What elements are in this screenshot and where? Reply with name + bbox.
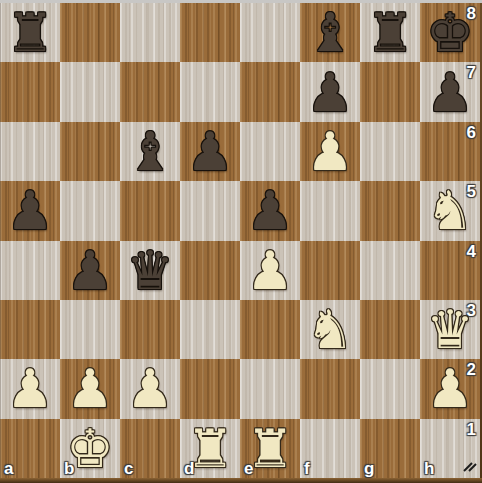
square-a2[interactable]: ♟ <box>0 359 60 418</box>
square-b3[interactable] <box>60 300 120 359</box>
square-c5[interactable] <box>120 181 180 240</box>
black-pawn-b4[interactable]: ♟ <box>60 241 120 300</box>
black-pawn-h7[interactable]: ♟ <box>420 62 480 121</box>
square-g5[interactable] <box>360 181 420 240</box>
square-c7[interactable] <box>120 62 180 121</box>
square-d5[interactable] <box>180 181 240 240</box>
black-pawn-a5[interactable]: ♟ <box>0 181 60 240</box>
square-d6[interactable]: ♟ <box>180 122 240 181</box>
white-pawn-h2[interactable]: ♟ <box>420 359 480 418</box>
white-rook-e1[interactable]: ♜ <box>240 419 300 478</box>
square-a5[interactable]: ♟ <box>0 181 60 240</box>
square-c8[interactable] <box>120 3 180 62</box>
file-label-f: f <box>304 459 310 479</box>
file-label-h: h <box>424 459 434 479</box>
square-e6[interactable] <box>240 122 300 181</box>
square-g3[interactable] <box>360 300 420 359</box>
square-e3[interactable] <box>240 300 300 359</box>
square-g7[interactable] <box>360 62 420 121</box>
square-e8[interactable] <box>240 3 300 62</box>
square-f2[interactable] <box>300 359 360 418</box>
square-b7[interactable] <box>60 62 120 121</box>
square-g2[interactable] <box>360 359 420 418</box>
resize-handle-icon[interactable] <box>463 458 477 476</box>
square-h5[interactable]: 5♞ <box>420 181 480 240</box>
square-b5[interactable] <box>60 181 120 240</box>
rank-label-6: 6 <box>467 123 476 143</box>
square-b6[interactable] <box>60 122 120 181</box>
chess-app-window: ♜♝♜8♚♟7♟♝♟♟6♟♟5♞♟♛♟4♞3♛♟♟♟2♟ab♚cd♜e♜fg1h <box>0 0 482 483</box>
black-bishop-f8[interactable]: ♝ <box>300 3 360 62</box>
square-h7[interactable]: 7♟ <box>420 62 480 121</box>
square-d3[interactable] <box>180 300 240 359</box>
square-h3[interactable]: 3♛ <box>420 300 480 359</box>
white-knight-h5[interactable]: ♞ <box>420 181 480 240</box>
square-b8[interactable] <box>60 3 120 62</box>
black-pawn-f7[interactable]: ♟ <box>300 62 360 121</box>
white-pawn-a2[interactable]: ♟ <box>0 359 60 418</box>
white-king-b1[interactable]: ♚ <box>60 419 120 478</box>
square-e5[interactable]: ♟ <box>240 181 300 240</box>
rank-label-1: 1 <box>467 420 476 440</box>
white-pawn-f6[interactable]: ♟ <box>300 122 360 181</box>
square-g4[interactable] <box>360 241 420 300</box>
square-c1[interactable]: c <box>120 419 180 478</box>
square-b2[interactable]: ♟ <box>60 359 120 418</box>
square-c3[interactable] <box>120 300 180 359</box>
square-c4[interactable]: ♛ <box>120 241 180 300</box>
square-e1[interactable]: e♜ <box>240 419 300 478</box>
white-queen-h3[interactable]: ♛ <box>420 300 480 359</box>
square-g6[interactable] <box>360 122 420 181</box>
square-d4[interactable] <box>180 241 240 300</box>
square-h6[interactable]: 6 <box>420 122 480 181</box>
square-b1[interactable]: b♚ <box>60 419 120 478</box>
square-f5[interactable] <box>300 181 360 240</box>
square-e4[interactable]: ♟ <box>240 241 300 300</box>
square-d7[interactable] <box>180 62 240 121</box>
black-rook-g8[interactable]: ♜ <box>360 3 420 62</box>
black-pawn-d6[interactable]: ♟ <box>180 122 240 181</box>
black-rook-a8[interactable]: ♜ <box>0 3 60 62</box>
white-rook-d1[interactable]: ♜ <box>180 419 240 478</box>
chess-board: ♜♝♜8♚♟7♟♝♟♟6♟♟5♞♟♛♟4♞3♛♟♟♟2♟ab♚cd♜e♜fg1h <box>0 3 480 478</box>
square-f7[interactable]: ♟ <box>300 62 360 121</box>
board-left-edge <box>0 3 1 478</box>
white-pawn-c2[interactable]: ♟ <box>120 359 180 418</box>
file-label-g: g <box>364 459 374 479</box>
square-e7[interactable] <box>240 62 300 121</box>
square-a3[interactable] <box>0 300 60 359</box>
square-h4[interactable]: 4 <box>420 241 480 300</box>
square-h8[interactable]: 8♚ <box>420 3 480 62</box>
white-knight-f3[interactable]: ♞ <box>300 300 360 359</box>
square-d2[interactable] <box>180 359 240 418</box>
file-label-c: c <box>124 459 133 479</box>
white-pawn-e4[interactable]: ♟ <box>240 241 300 300</box>
white-pawn-b2[interactable]: ♟ <box>60 359 120 418</box>
square-f1[interactable]: f <box>300 419 360 478</box>
file-label-a: a <box>4 459 13 479</box>
square-a6[interactable] <box>0 122 60 181</box>
square-f4[interactable] <box>300 241 360 300</box>
square-f6[interactable]: ♟ <box>300 122 360 181</box>
square-a1[interactable]: a <box>0 419 60 478</box>
square-a7[interactable] <box>0 62 60 121</box>
square-f8[interactable]: ♝ <box>300 3 360 62</box>
square-f3[interactable]: ♞ <box>300 300 360 359</box>
square-b4[interactable]: ♟ <box>60 241 120 300</box>
square-d1[interactable]: d♜ <box>180 419 240 478</box>
square-d8[interactable] <box>180 3 240 62</box>
square-c6[interactable]: ♝ <box>120 122 180 181</box>
black-pawn-e5[interactable]: ♟ <box>240 181 300 240</box>
rank-label-4: 4 <box>467 242 476 262</box>
square-a4[interactable] <box>0 241 60 300</box>
black-king-h8[interactable]: ♚ <box>420 3 480 62</box>
black-queen-c4[interactable]: ♛ <box>120 241 180 300</box>
square-a8[interactable]: ♜ <box>0 3 60 62</box>
square-g8[interactable]: ♜ <box>360 3 420 62</box>
square-e2[interactable] <box>240 359 300 418</box>
square-c2[interactable]: ♟ <box>120 359 180 418</box>
square-h2[interactable]: 2♟ <box>420 359 480 418</box>
black-bishop-c6[interactable]: ♝ <box>120 122 180 181</box>
square-g1[interactable]: g <box>360 419 420 478</box>
